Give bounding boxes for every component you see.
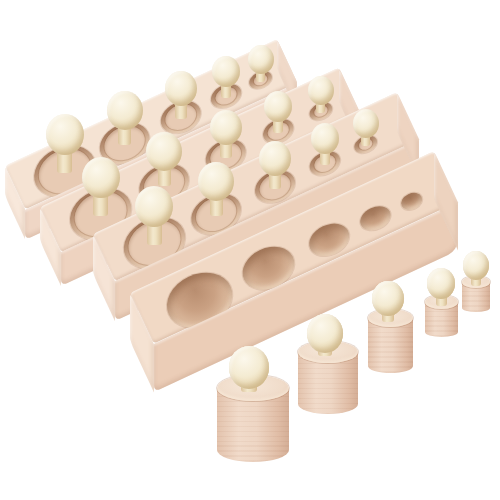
block-1-knob-1-ball xyxy=(46,114,84,155)
block-4-hole-5 xyxy=(398,189,425,213)
block-1-knob-4-ball xyxy=(212,56,240,87)
loose-cylinder-3-knob-front-ball xyxy=(372,281,404,316)
product-photo-montessori-cylinder-blocks xyxy=(0,0,500,500)
block-3-knob-3-ball xyxy=(259,141,291,176)
block-3-knob-2-ball xyxy=(198,162,234,201)
block-1-knob-3-ball xyxy=(165,71,197,106)
loose-cylinder-2-knob-front-ball xyxy=(307,314,343,353)
block-1-knob-2-ball xyxy=(107,91,143,130)
block-2-knob-5-ball xyxy=(308,76,334,105)
block-2-knob-1-ball xyxy=(82,157,120,198)
loose-cylinder-5-knob-front-ball xyxy=(463,251,489,280)
loose-cylinder-4-knob-front-ball xyxy=(427,268,455,299)
block-1-knob-5-ball xyxy=(248,45,274,74)
loose-cylinder-1-knob-front-ball xyxy=(229,346,269,389)
block-3-knob-5-ball xyxy=(353,109,379,138)
block-2-knob-3-ball xyxy=(210,110,242,145)
block-4-hole-4 xyxy=(356,202,394,235)
